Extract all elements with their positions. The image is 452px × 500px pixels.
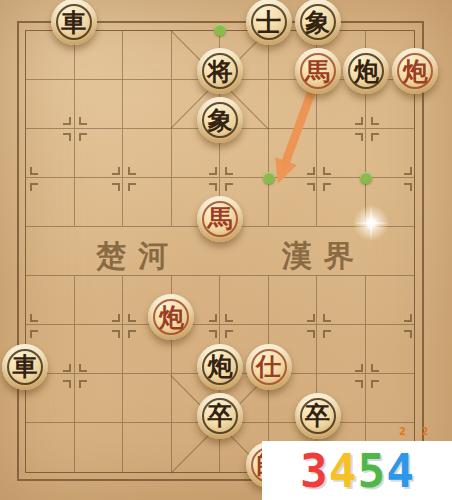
piece-glyph: 車 [13,354,38,379]
piece-glyph: 卒 [208,403,233,428]
watermark-digit: 3 [300,448,328,494]
watermark-digit: 4 [329,448,357,494]
piece-black-general[interactable]: 将 [197,48,243,94]
board-cell [123,80,172,129]
watermark-digit: 5 [358,448,386,494]
move-hint-dot[interactable] [214,24,226,36]
move-hint-dot[interactable] [263,172,275,184]
piece-black-chariot[interactable]: 車 [2,344,48,390]
piece-red-horse[interactable]: 馬 [295,48,341,94]
piece-red-horse[interactable]: 馬 [197,196,243,242]
move-hint-dot[interactable] [360,172,372,184]
board-cell [26,423,75,472]
piece-black-advisor[interactable]: 士 [246,0,292,45]
piece-glyph: 将 [208,59,233,84]
piece-glyph: 馬 [305,59,330,84]
piece-glyph: 炮 [403,59,428,84]
xiangqi-board: 楚河 漢界 車士象将炮炮馬象馬炮車炮仕卒卒帥 2 2 3454 [0,0,452,500]
board-cell [366,227,415,276]
board-cell [26,227,75,276]
piece-glyph: 象 [305,10,330,35]
piece-glyph: 象 [208,108,233,133]
piece-glyph: 炮 [159,305,184,330]
board-cell [123,374,172,423]
river-label-left: 楚河 [96,236,180,277]
piece-black-soldier[interactable]: 卒 [197,393,243,439]
river-label-right: 漢界 [282,236,366,277]
piece-black-elephant[interactable]: 象 [295,0,341,45]
piece-glyph: 士 [256,10,281,35]
piece-black-soldier[interactable]: 卒 [295,393,341,439]
piece-glyph: 炮 [354,59,379,84]
watermark-corner-text: 2 2 [399,426,434,437]
piece-glyph: 卒 [305,403,330,428]
board-cell [75,423,124,472]
piece-black-chariot[interactable]: 車 [51,0,97,45]
piece-glyph: 車 [61,10,86,35]
piece-glyph: 仕 [256,354,281,379]
piece-red-advisor[interactable]: 仕 [246,344,292,390]
board-cell [123,423,172,472]
piece-glyph: 馬 [208,206,233,231]
board-cell [123,31,172,80]
piece-red-cannon[interactable]: 炮 [392,48,438,94]
piece-glyph: 炮 [208,354,233,379]
piece-black-cannon[interactable]: 炮 [197,344,243,390]
watermark: 3454 [262,441,452,500]
watermark-digit: 4 [386,448,414,494]
